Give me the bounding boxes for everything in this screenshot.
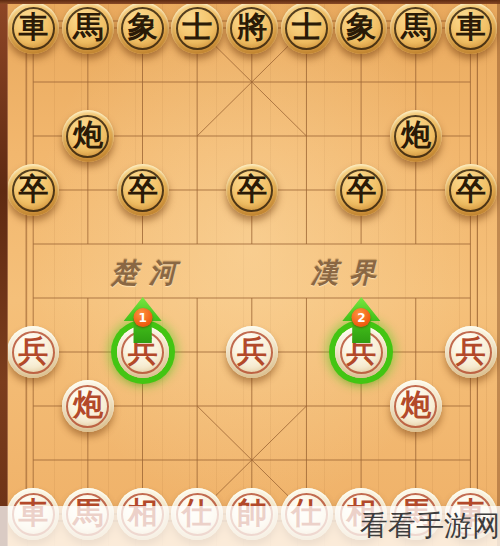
piece-glyph: 馬 [401,12,431,42]
board-point[interactable] [115,379,170,433]
board-point[interactable]: 兵 [443,325,498,379]
board-point[interactable] [334,55,389,109]
piece-red-soldier[interactable]: 兵 [445,326,497,378]
piece-glyph: 象 [128,12,158,42]
board-point[interactable] [225,379,280,433]
board-point[interactable] [6,109,61,163]
board-point[interactable]: 兵 [225,325,280,379]
piece-black-advisor[interactable]: 士 [171,2,223,54]
board-point[interactable] [443,433,498,487]
piece-black-soldier[interactable]: 卒 [117,164,169,216]
board-point[interactable] [225,271,280,325]
piece-black-elephant[interactable]: 象 [117,2,169,54]
board-point[interactable] [170,163,225,217]
xiangqi-board: 楚河 漢界 車馬象士將士象馬車炮炮卒卒卒卒卒兵兵1兵兵2兵炮炮車馬相仕帥仕相馬車… [0,0,500,546]
board-point[interactable]: 將 [225,1,280,55]
board-point[interactable] [443,55,498,109]
move-number-badge[interactable]: 1 [133,308,152,327]
board-point[interactable]: 士 [279,1,334,55]
board-point[interactable]: 象 [115,1,170,55]
watermark-text: 看看手游网 [360,512,500,540]
board-point[interactable]: 卒 [225,163,280,217]
piece-glyph: 馬 [73,12,103,42]
board-point[interactable] [6,433,61,487]
board-point[interactable]: 兵 [6,325,61,379]
board-point[interactable]: 象 [334,1,389,55]
piece-glyph: 將 [237,12,267,42]
board-point[interactable] [279,379,334,433]
board-point[interactable] [225,55,280,109]
board-point[interactable]: 炮 [389,379,444,433]
piece-glyph: 卒 [346,174,376,204]
piece-glyph: 卒 [456,174,486,204]
board-point[interactable] [443,217,498,271]
piece-black-chariot[interactable]: 車 [445,2,497,54]
piece-black-soldier[interactable]: 卒 [335,164,387,216]
board-point[interactable] [279,217,334,271]
board-frame-top-edge [0,0,500,4]
board-frame-left-edge [0,0,8,546]
board-point[interactable] [334,379,389,433]
board-point[interactable] [6,379,61,433]
piece-glyph: 炮 [73,390,103,420]
piece-black-advisor[interactable]: 士 [281,2,333,54]
board-point[interactable] [389,271,444,325]
board-point[interactable] [170,55,225,109]
piece-glyph: 炮 [401,120,431,150]
board-point[interactable]: 卒 [6,163,61,217]
board-point[interactable] [443,379,498,433]
board-point[interactable] [279,109,334,163]
piece-glyph: 炮 [73,120,103,150]
board-point[interactable]: 馬 [389,1,444,55]
board-point[interactable] [115,433,170,487]
piece-glyph: 象 [346,12,376,42]
piece-glyph: 兵 [237,336,267,366]
board-point[interactable] [279,325,334,379]
board-point[interactable] [334,433,389,487]
board-point[interactable] [225,109,280,163]
piece-black-horse[interactable]: 馬 [62,2,114,54]
board-point[interactable] [389,55,444,109]
piece-red-cannon[interactable]: 炮 [390,380,442,432]
move-number-badge[interactable]: 2 [352,308,371,327]
board-point[interactable] [61,163,116,217]
board-point[interactable] [279,163,334,217]
piece-glyph: 士 [292,12,322,42]
piece-glyph: 車 [456,12,486,42]
piece-glyph: 兵 [18,336,48,366]
board-point[interactable] [389,163,444,217]
board-point[interactable]: 馬 [61,1,116,55]
board-point[interactable] [115,109,170,163]
piece-red-soldier[interactable]: 兵 [226,326,278,378]
board-point[interactable] [279,55,334,109]
board-point[interactable] [170,433,225,487]
board-point[interactable] [6,271,61,325]
board-point[interactable] [334,217,389,271]
piece-black-cannon[interactable]: 炮 [62,110,114,162]
board-point[interactable] [225,433,280,487]
board-point[interactable] [225,217,280,271]
board-point[interactable]: 兵1 [115,325,170,379]
piece-glyph: 車 [18,12,48,42]
board-point[interactable]: 卒 [334,163,389,217]
board-point[interactable] [115,55,170,109]
board-point[interactable]: 卒 [443,163,498,217]
piece-black-cannon[interactable]: 炮 [390,110,442,162]
piece-glyph: 卒 [18,174,48,204]
board-point[interactable]: 車 [443,1,498,55]
board-point[interactable] [279,271,334,325]
board-point[interactable] [389,433,444,487]
board-point[interactable]: 炮 [61,109,116,163]
board-point[interactable] [170,379,225,433]
board-point[interactable] [170,217,225,271]
board-point[interactable] [170,271,225,325]
piece-black-elephant[interactable]: 象 [335,2,387,54]
board-point[interactable] [61,325,116,379]
board-point[interactable] [389,325,444,379]
board-point[interactable] [61,271,116,325]
board-point[interactable]: 卒 [115,163,170,217]
board-point[interactable] [61,55,116,109]
piece-glyph: 炮 [401,390,431,420]
board-points-grid: 車馬象士將士象馬車炮炮卒卒卒卒卒兵兵1兵兵2兵炮炮車馬相仕帥仕相馬車 [6,1,498,541]
piece-black-general[interactable]: 將 [226,2,278,54]
piece-black-chariot[interactable]: 車 [7,2,59,54]
board-point[interactable] [443,109,498,163]
board-point[interactable] [279,433,334,487]
piece-red-cannon[interactable]: 炮 [62,380,114,432]
board-point[interactable]: 車 [6,1,61,55]
piece-black-soldier[interactable]: 卒 [226,164,278,216]
piece-glyph: 兵 [456,336,486,366]
board-point[interactable] [115,217,170,271]
piece-black-soldier[interactable]: 卒 [445,164,497,216]
piece-black-soldier[interactable]: 卒 [7,164,59,216]
watermark-band: 看看手游网 [0,506,500,546]
piece-glyph: 士 [182,12,212,42]
board-point[interactable] [443,271,498,325]
board-point[interactable] [61,433,116,487]
piece-red-soldier[interactable]: 兵 [7,326,59,378]
board-point[interactable]: 炮 [61,379,116,433]
board-point[interactable] [6,217,61,271]
board-point[interactable] [334,109,389,163]
board-point[interactable] [170,109,225,163]
board-point[interactable] [170,325,225,379]
piece-glyph: 卒 [128,174,158,204]
board-point[interactable]: 炮 [389,109,444,163]
board-point[interactable] [6,55,61,109]
board-point[interactable] [389,217,444,271]
piece-black-horse[interactable]: 馬 [390,2,442,54]
board-point[interactable]: 兵2 [334,325,389,379]
piece-glyph: 卒 [237,174,267,204]
board-point[interactable] [61,217,116,271]
board-point[interactable]: 士 [170,1,225,55]
